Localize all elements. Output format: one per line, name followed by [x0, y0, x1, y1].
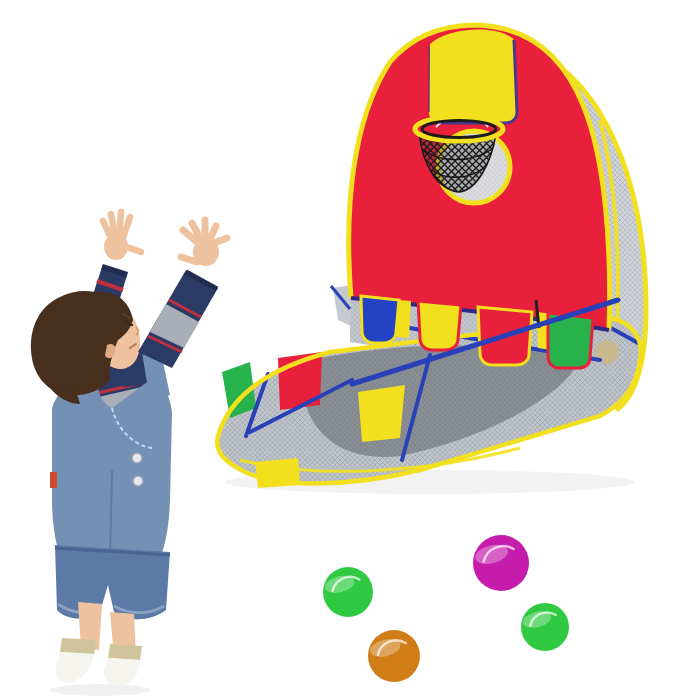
overall-button: [133, 476, 143, 486]
overall-red-tab: [50, 472, 57, 488]
pocket-blue: [361, 296, 399, 343]
finger: [111, 214, 115, 237]
finger: [119, 212, 121, 236]
floor-shadow: [50, 684, 150, 696]
ball-green-left: [323, 567, 373, 617]
right-hand: [181, 220, 227, 266]
overall-button: [132, 453, 142, 463]
ball-orange: [368, 630, 420, 682]
finger: [123, 217, 130, 238]
finger: [214, 238, 227, 243]
base-dark-area: [300, 345, 580, 457]
scene-illustration: [0, 0, 700, 700]
thumb: [181, 257, 197, 262]
right-sock: [104, 658, 140, 686]
finger: [210, 226, 216, 239]
photo-canvas: [0, 0, 700, 700]
child: [31, 212, 227, 696]
ball-magenta: [473, 535, 529, 591]
play-tent: [217, 25, 646, 494]
right-arm: [138, 220, 227, 368]
balls-layer: [323, 535, 569, 682]
right-sock-cuff: [108, 644, 142, 660]
overall-shorts: [55, 545, 170, 619]
tent-front-panel: [349, 25, 610, 330]
left-sock-cuff: [60, 638, 96, 654]
backboard: [429, 29, 517, 123]
left-hand: [103, 212, 141, 260]
thumb: [127, 247, 141, 252]
base-patch-yellow-mid: [358, 385, 405, 442]
left-sock: [56, 652, 94, 682]
ball-green-right: [521, 603, 569, 651]
pocket-yellow: [418, 301, 461, 350]
